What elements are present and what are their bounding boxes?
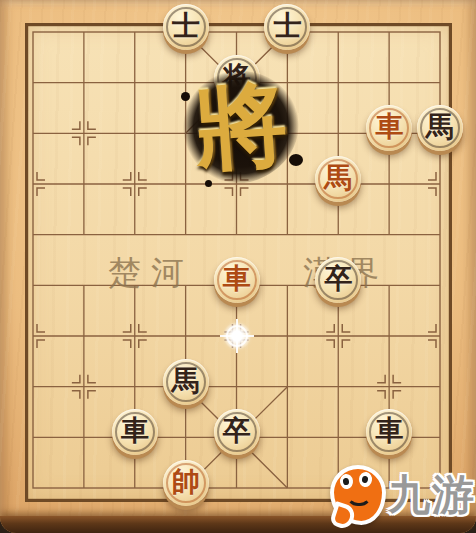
xiangqi-app: 楚河 漢界 士士将車馬馬車卒馬車卒車帥 將 九游 <box>0 0 476 533</box>
piece-glyph: 卒 <box>324 265 352 293</box>
check-glyph: 將 <box>192 78 290 176</box>
check-announcement: 將 <box>183 70 299 184</box>
piece-red-rook[interactable]: 車 <box>214 257 260 303</box>
piece-glyph: 馬 <box>426 113 454 141</box>
9game-mascot-icon <box>330 465 386 525</box>
piece-red-general[interactable]: 帥 <box>163 460 209 506</box>
piece-glyph: 卒 <box>223 417 251 445</box>
piece-black-soldier[interactable]: 卒 <box>214 409 260 455</box>
piece-glyph: 車 <box>121 417 149 445</box>
piece-glyph: 馬 <box>324 164 352 192</box>
piece-glyph: 士 <box>172 12 200 40</box>
piece-glyph: 車 <box>223 265 251 293</box>
river-label-left: 楚河 <box>108 255 194 291</box>
watermark: 九游 <box>330 465 476 525</box>
piece-red-horse[interactable]: 馬 <box>315 156 361 202</box>
piece-glyph: 車 <box>375 417 403 445</box>
piece-glyph: 馬 <box>172 367 200 395</box>
watermark-brand-text: 九游 <box>388 474 476 516</box>
piece-glyph: 帥 <box>172 468 200 496</box>
piece-black-horse[interactable]: 馬 <box>417 105 463 151</box>
piece-black-horse[interactable]: 馬 <box>163 359 209 405</box>
piece-glyph: 車 <box>375 113 403 141</box>
piece-glyph: 士 <box>273 12 301 40</box>
last-move-sparkle-icon <box>222 321 252 351</box>
piece-black-advisor[interactable]: 士 <box>163 4 209 50</box>
piece-black-rook[interactable]: 車 <box>112 409 158 455</box>
